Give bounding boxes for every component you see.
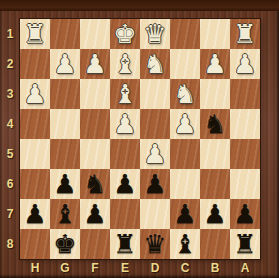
- chess-board: ♜♚♛♜♟♟♝♞♟♟♟♝♞♟♟♞♟♟♞♟♟♟♝♟♟♟♟♚♜♛♝♜: [20, 19, 260, 259]
- rank-label-5: 5: [0, 139, 20, 169]
- square-e3[interactable]: ♝: [110, 79, 140, 109]
- square-f5[interactable]: [80, 139, 110, 169]
- white-knight-icon: ♞: [170, 79, 200, 109]
- square-b5[interactable]: [200, 139, 230, 169]
- square-b6[interactable]: [200, 169, 230, 199]
- square-d5[interactable]: ♟: [140, 139, 170, 169]
- black-pawn-icon: ♟: [110, 169, 140, 199]
- square-f4[interactable]: [80, 109, 110, 139]
- square-a4[interactable]: [230, 109, 260, 139]
- rank-label-3: 3: [0, 79, 20, 109]
- square-e7[interactable]: [110, 199, 140, 229]
- square-b4[interactable]: ♞: [200, 109, 230, 139]
- square-d8[interactable]: ♛: [140, 229, 170, 259]
- square-g5[interactable]: [50, 139, 80, 169]
- file-label-d: D: [140, 259, 170, 278]
- file-labels-row: HGFEDCBA: [20, 259, 260, 278]
- black-pawn-icon: ♟: [230, 199, 260, 229]
- black-queen-icon: ♛: [140, 229, 170, 259]
- white-pawn-icon: ♟: [140, 139, 170, 169]
- square-g2[interactable]: ♟: [50, 49, 80, 79]
- file-label-c: C: [170, 259, 200, 278]
- white-pawn-icon: ♟: [20, 79, 50, 109]
- square-b7[interactable]: ♟: [200, 199, 230, 229]
- square-a1[interactable]: ♜: [230, 19, 260, 49]
- square-e6[interactable]: ♟: [110, 169, 140, 199]
- square-a8[interactable]: ♜: [230, 229, 260, 259]
- square-h7[interactable]: ♟: [20, 199, 50, 229]
- square-h8[interactable]: [20, 229, 50, 259]
- square-g6[interactable]: ♟: [50, 169, 80, 199]
- square-g7[interactable]: ♝: [50, 199, 80, 229]
- white-pawn-icon: ♟: [230, 49, 260, 79]
- square-b3[interactable]: [200, 79, 230, 109]
- rank-label-1: 1: [0, 19, 20, 49]
- rank-label-7: 7: [0, 199, 20, 229]
- square-h4[interactable]: [20, 109, 50, 139]
- square-a2[interactable]: ♟: [230, 49, 260, 79]
- square-d6[interactable]: ♟: [140, 169, 170, 199]
- file-label-e: E: [110, 259, 140, 278]
- square-c1[interactable]: [170, 19, 200, 49]
- square-g1[interactable]: [50, 19, 80, 49]
- white-knight-icon: ♞: [140, 49, 170, 79]
- black-knight-icon: ♞: [80, 169, 110, 199]
- black-knight-icon: ♞: [200, 109, 230, 139]
- white-queen-icon: ♛: [140, 19, 170, 49]
- square-c8[interactable]: ♝: [170, 229, 200, 259]
- black-pawn-icon: ♟: [80, 199, 110, 229]
- square-b2[interactable]: ♟: [200, 49, 230, 79]
- black-rook-icon: ♜: [230, 229, 260, 259]
- white-pawn-icon: ♟: [80, 49, 110, 79]
- rank-labels-column: 12345678: [0, 19, 20, 259]
- square-e1[interactable]: ♚: [110, 19, 140, 49]
- black-pawn-icon: ♟: [170, 199, 200, 229]
- square-g8[interactable]: ♚: [50, 229, 80, 259]
- square-a3[interactable]: [230, 79, 260, 109]
- square-g3[interactable]: [50, 79, 80, 109]
- square-e4[interactable]: ♟: [110, 109, 140, 139]
- square-f6[interactable]: ♞: [80, 169, 110, 199]
- white-rook-icon: ♜: [20, 19, 50, 49]
- white-pawn-icon: ♟: [170, 109, 200, 139]
- square-d3[interactable]: [140, 79, 170, 109]
- black-bishop-icon: ♝: [170, 229, 200, 259]
- chess-board-window: 12345678 ♜♚♛♜♟♟♝♞♟♟♟♝♞♟♟♞♟♟♞♟♟♟♝♟♟♟♟♚♜♛♝…: [0, 0, 279, 278]
- square-h5[interactable]: [20, 139, 50, 169]
- square-e8[interactable]: ♜: [110, 229, 140, 259]
- square-h3[interactable]: ♟: [20, 79, 50, 109]
- white-bishop-icon: ♝: [110, 49, 140, 79]
- square-f1[interactable]: [80, 19, 110, 49]
- white-pawn-icon: ♟: [50, 49, 80, 79]
- square-c2[interactable]: [170, 49, 200, 79]
- square-c6[interactable]: [170, 169, 200, 199]
- black-rook-icon: ♜: [110, 229, 140, 259]
- square-b1[interactable]: [200, 19, 230, 49]
- square-h2[interactable]: [20, 49, 50, 79]
- square-h1[interactable]: ♜: [20, 19, 50, 49]
- square-c4[interactable]: ♟: [170, 109, 200, 139]
- black-pawn-icon: ♟: [50, 169, 80, 199]
- square-f7[interactable]: ♟: [80, 199, 110, 229]
- black-king-icon: ♚: [50, 229, 80, 259]
- square-c7[interactable]: ♟: [170, 199, 200, 229]
- square-a5[interactable]: [230, 139, 260, 169]
- rank-label-4: 4: [0, 109, 20, 139]
- white-pawn-icon: ♟: [200, 49, 230, 79]
- black-pawn-icon: ♟: [200, 199, 230, 229]
- file-label-g: G: [50, 259, 80, 278]
- square-f3[interactable]: [80, 79, 110, 109]
- white-bishop-icon: ♝: [110, 79, 140, 109]
- square-b8[interactable]: [200, 229, 230, 259]
- square-e5[interactable]: [110, 139, 140, 169]
- square-a7[interactable]: ♟: [230, 199, 260, 229]
- file-label-h: H: [20, 259, 50, 278]
- square-d7[interactable]: [140, 199, 170, 229]
- square-d1[interactable]: ♛: [140, 19, 170, 49]
- square-f8[interactable]: [80, 229, 110, 259]
- white-king-icon: ♚: [110, 19, 140, 49]
- white-pawn-icon: ♟: [110, 109, 140, 139]
- black-bishop-icon: ♝: [50, 199, 80, 229]
- square-e2[interactable]: ♝: [110, 49, 140, 79]
- square-c3[interactable]: ♞: [170, 79, 200, 109]
- rank-label-6: 6: [0, 169, 20, 199]
- frame-top-edge: [0, 0, 279, 11]
- square-h6[interactable]: [20, 169, 50, 199]
- rank-label-8: 8: [0, 229, 20, 259]
- white-rook-icon: ♜: [230, 19, 260, 49]
- square-f2[interactable]: ♟: [80, 49, 110, 79]
- square-g4[interactable]: [50, 109, 80, 139]
- rank-label-2: 2: [0, 49, 20, 79]
- square-d4[interactable]: [140, 109, 170, 139]
- file-label-a: A: [230, 259, 260, 278]
- file-label-f: F: [80, 259, 110, 278]
- black-pawn-icon: ♟: [20, 199, 50, 229]
- black-pawn-icon: ♟: [140, 169, 170, 199]
- file-label-b: B: [200, 259, 230, 278]
- square-d2[interactable]: ♞: [140, 49, 170, 79]
- square-c5[interactable]: [170, 139, 200, 169]
- square-a6[interactable]: [230, 169, 260, 199]
